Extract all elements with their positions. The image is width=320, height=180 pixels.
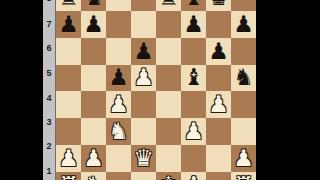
rank-label-3: 3 [43, 116, 55, 128]
square-b4[interactable] [81, 91, 106, 118]
square-d8[interactable] [131, 0, 156, 11]
piece-white-pawn-f3[interactable]: ♟ [183, 120, 204, 143]
piece-white-knight-c3[interactable]: ♞ [108, 120, 129, 143]
square-f4[interactable] [181, 91, 206, 118]
square-h2[interactable]: ♟ [231, 145, 256, 172]
square-g2[interactable] [206, 145, 231, 172]
chess-board[interactable]: ♜♞♜♝♚♟♟♟♟♟♟♟♟♝♞♟♟♞♟♟♟♛♟♜♞♚♝♜ [56, 0, 256, 180]
rank-label-6: 6 [43, 42, 55, 54]
square-e7[interactable] [156, 11, 181, 38]
piece-black-bishop-f8[interactable]: ♝ [183, 0, 204, 9]
piece-black-pawn-g6[interactable]: ♟ [208, 40, 229, 63]
square-h7[interactable]: ♟ [231, 11, 256, 38]
piece-black-pawn-h7[interactable]: ♟ [233, 13, 254, 36]
square-a2[interactable]: ♟ [56, 145, 81, 172]
square-e2[interactable] [156, 145, 181, 172]
square-c8[interactable] [106, 0, 131, 11]
rank-label-5: 5 [43, 67, 55, 79]
piece-black-rook-a8[interactable]: ♜ [58, 0, 79, 9]
rank-label-4: 4 [43, 92, 55, 104]
square-a7[interactable]: ♟ [56, 11, 81, 38]
square-a6[interactable] [56, 38, 81, 65]
square-e3[interactable] [156, 118, 181, 145]
piece-black-rook-e8[interactable]: ♜ [158, 0, 179, 9]
square-d2[interactable]: ♛ [131, 145, 156, 172]
square-c6[interactable] [106, 38, 131, 65]
square-a1[interactable]: ♜ [56, 172, 81, 180]
square-b1[interactable]: ♞ [81, 172, 106, 180]
square-h4[interactable] [231, 91, 256, 118]
piece-white-pawn-b2[interactable]: ♟ [83, 147, 104, 170]
square-f1[interactable]: ♝ [181, 172, 206, 180]
square-e5[interactable] [156, 65, 181, 92]
square-g6[interactable]: ♟ [206, 38, 231, 65]
piece-white-pawn-g4[interactable]: ♟ [208, 93, 229, 116]
square-c7[interactable] [106, 11, 131, 38]
square-c1[interactable] [106, 172, 131, 180]
square-a3[interactable] [56, 118, 81, 145]
square-a5[interactable] [56, 65, 81, 92]
square-b6[interactable] [81, 38, 106, 65]
square-h6[interactable] [231, 38, 256, 65]
square-b7[interactable]: ♟ [81, 11, 106, 38]
square-g4[interactable]: ♟ [206, 91, 231, 118]
square-e8[interactable]: ♜ [156, 0, 181, 11]
square-c2[interactable] [106, 145, 131, 172]
square-d3[interactable] [131, 118, 156, 145]
square-f5[interactable]: ♝ [181, 65, 206, 92]
piece-black-knight-h5[interactable]: ♞ [233, 66, 254, 89]
piece-black-pawn-a7[interactable]: ♟ [58, 13, 79, 36]
piece-black-bishop-f5[interactable]: ♝ [183, 66, 204, 89]
square-b5[interactable] [81, 65, 106, 92]
square-d1[interactable] [131, 172, 156, 180]
square-g3[interactable] [206, 118, 231, 145]
square-f7[interactable]: ♟ [181, 11, 206, 38]
square-f8[interactable]: ♝ [181, 0, 206, 11]
chess-diagram: 87654321 ♜♞♜♝♚♟♟♟♟♟♟♟♟♝♞♟♟♞♟♟♟♛♟♜♞♚♝♜ [0, 0, 320, 180]
square-g5[interactable] [206, 65, 231, 92]
piece-black-king-g8[interactable]: ♚ [208, 0, 229, 9]
square-e1[interactable]: ♚ [156, 172, 181, 180]
piece-black-pawn-f7[interactable]: ♟ [183, 13, 204, 36]
square-e4[interactable] [156, 91, 181, 118]
square-g7[interactable] [206, 11, 231, 38]
rank-label-8: 8 [43, 0, 55, 4]
piece-white-bishop-f1[interactable]: ♝ [183, 174, 204, 180]
square-g8[interactable]: ♚ [206, 0, 231, 11]
square-a4[interactable] [56, 91, 81, 118]
piece-white-queen-d2[interactable]: ♛ [133, 147, 154, 170]
piece-white-king-e1[interactable]: ♚ [158, 174, 179, 180]
square-h1[interactable]: ♜ [231, 172, 256, 180]
piece-white-pawn-c4[interactable]: ♟ [108, 93, 129, 116]
square-h8[interactable] [231, 0, 256, 11]
piece-white-knight-b1[interactable]: ♞ [83, 174, 104, 180]
rank-label-2: 2 [43, 140, 55, 152]
piece-white-pawn-h2[interactable]: ♟ [233, 147, 254, 170]
square-d6[interactable]: ♟ [131, 38, 156, 65]
square-e6[interactable] [156, 38, 181, 65]
rank-label-strip: 87654321 [43, 0, 56, 180]
piece-white-pawn-a2[interactable]: ♟ [58, 147, 79, 170]
square-b2[interactable]: ♟ [81, 145, 106, 172]
square-f2[interactable] [181, 145, 206, 172]
piece-white-pawn-d5[interactable]: ♟ [133, 66, 154, 89]
piece-white-rook-h1[interactable]: ♜ [233, 174, 254, 180]
piece-black-pawn-c5[interactable]: ♟ [108, 66, 129, 89]
piece-black-pawn-d6[interactable]: ♟ [133, 40, 154, 63]
square-a8[interactable]: ♜ [56, 0, 81, 11]
square-c4[interactable]: ♟ [106, 91, 131, 118]
square-d5[interactable]: ♟ [131, 65, 156, 92]
rank-label-1: 1 [43, 165, 55, 177]
piece-white-rook-a1[interactable]: ♜ [58, 174, 79, 180]
square-b8[interactable]: ♞ [81, 0, 106, 11]
piece-black-pawn-b7[interactable]: ♟ [83, 13, 104, 36]
square-c3[interactable]: ♞ [106, 118, 131, 145]
square-h3[interactable] [231, 118, 256, 145]
square-c5[interactable]: ♟ [106, 65, 131, 92]
rank-label-7: 7 [43, 18, 55, 30]
square-d7[interactable] [131, 11, 156, 38]
piece-black-knight-b8[interactable]: ♞ [83, 0, 104, 9]
square-b3[interactable] [81, 118, 106, 145]
square-f6[interactable] [181, 38, 206, 65]
square-d4[interactable] [131, 91, 156, 118]
square-h5[interactable]: ♞ [231, 65, 256, 92]
square-g1[interactable] [206, 172, 231, 180]
square-f3[interactable]: ♟ [181, 118, 206, 145]
